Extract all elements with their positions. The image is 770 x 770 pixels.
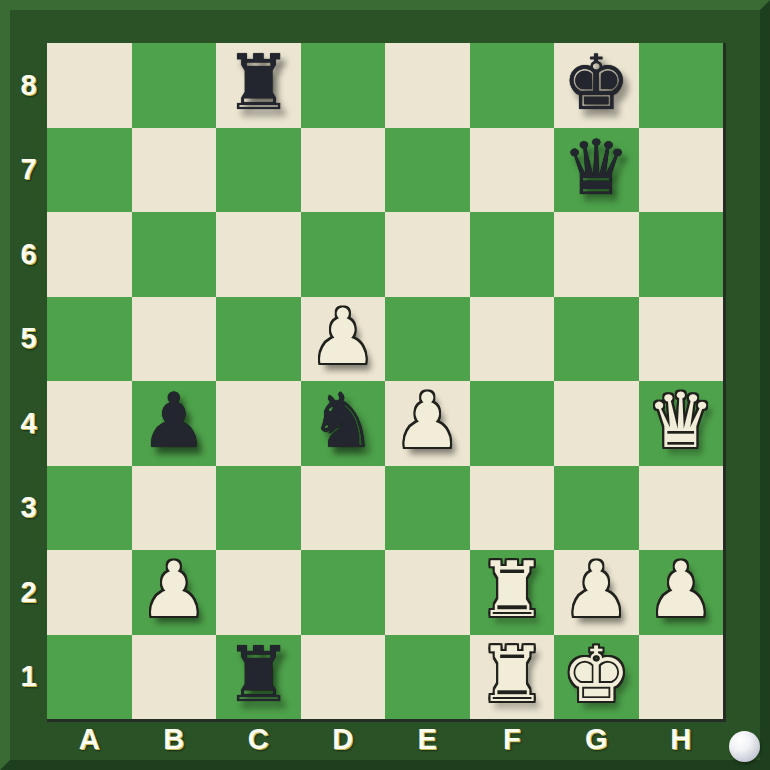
- square-g1[interactable]: ♚: [554, 635, 639, 720]
- piece-black-knight[interactable]: ♞: [309, 383, 377, 459]
- square-c3[interactable]: [216, 466, 301, 551]
- piece-white-pawn[interactable]: ♟: [393, 383, 461, 459]
- square-f1[interactable]: ♜: [470, 635, 555, 720]
- square-c4[interactable]: [216, 381, 301, 466]
- square-d3[interactable]: [301, 466, 386, 551]
- square-c7[interactable]: [216, 128, 301, 213]
- square-a3[interactable]: [47, 466, 132, 551]
- square-b6[interactable]: [132, 212, 217, 297]
- square-d2[interactable]: [301, 550, 386, 635]
- square-d8[interactable]: [301, 43, 386, 128]
- rank-label-6: 6: [10, 212, 47, 297]
- square-g3[interactable]: [554, 466, 639, 551]
- file-label-a: A: [47, 722, 132, 756]
- square-e6[interactable]: [385, 212, 470, 297]
- piece-white-pawn[interactable]: ♟: [562, 552, 630, 628]
- file-label-h: H: [639, 722, 724, 756]
- chess-board: ♜♚♛♟♟♞♟♛♟♜♟♟♜♜♚: [47, 43, 726, 722]
- square-h1[interactable]: [639, 635, 724, 720]
- square-c1[interactable]: ♜: [216, 635, 301, 720]
- square-d5[interactable]: ♟: [301, 297, 386, 382]
- square-e8[interactable]: [385, 43, 470, 128]
- square-b8[interactable]: [132, 43, 217, 128]
- piece-black-rook[interactable]: ♜: [224, 45, 292, 121]
- piece-white-pawn[interactable]: ♟: [647, 552, 715, 628]
- square-b2[interactable]: ♟: [132, 550, 217, 635]
- rank-label-5: 5: [10, 297, 47, 382]
- square-g8[interactable]: ♚: [554, 43, 639, 128]
- board-frame: 87654321 ♜♚♛♟♟♞♟♛♟♜♟♟♜♜♚ ABCDEFGH: [0, 0, 770, 770]
- square-f6[interactable]: [470, 212, 555, 297]
- square-e7[interactable]: [385, 128, 470, 213]
- square-f4[interactable]: [470, 381, 555, 466]
- file-label-g: G: [554, 722, 639, 756]
- square-a7[interactable]: [47, 128, 132, 213]
- square-h7[interactable]: [639, 128, 724, 213]
- square-f5[interactable]: [470, 297, 555, 382]
- piece-black-pawn[interactable]: ♟: [140, 383, 208, 459]
- white-to-move-indicator: [729, 731, 760, 762]
- square-c8[interactable]: ♜: [216, 43, 301, 128]
- rank-label-3: 3: [10, 466, 47, 551]
- piece-white-pawn[interactable]: ♟: [140, 552, 208, 628]
- square-h3[interactable]: [639, 466, 724, 551]
- square-b5[interactable]: [132, 297, 217, 382]
- square-b1[interactable]: [132, 635, 217, 720]
- square-a1[interactable]: [47, 635, 132, 720]
- square-e4[interactable]: ♟: [385, 381, 470, 466]
- square-b7[interactable]: [132, 128, 217, 213]
- piece-black-king[interactable]: ♚: [562, 45, 630, 121]
- square-g6[interactable]: [554, 212, 639, 297]
- file-label-c: C: [216, 722, 301, 756]
- square-d4[interactable]: ♞: [301, 381, 386, 466]
- file-label-d: D: [301, 722, 386, 756]
- square-d6[interactable]: [301, 212, 386, 297]
- file-label-b: B: [132, 722, 217, 756]
- square-e2[interactable]: [385, 550, 470, 635]
- square-b3[interactable]: [132, 466, 217, 551]
- square-b4[interactable]: ♟: [132, 381, 217, 466]
- rank-label-7: 7: [10, 128, 47, 213]
- piece-white-pawn[interactable]: ♟: [309, 299, 377, 375]
- file-label-e: E: [385, 722, 470, 756]
- square-g4[interactable]: [554, 381, 639, 466]
- square-g2[interactable]: ♟: [554, 550, 639, 635]
- square-h8[interactable]: [639, 43, 724, 128]
- square-h5[interactable]: [639, 297, 724, 382]
- square-d7[interactable]: [301, 128, 386, 213]
- square-a5[interactable]: [47, 297, 132, 382]
- square-a8[interactable]: [47, 43, 132, 128]
- square-g7[interactable]: ♛: [554, 128, 639, 213]
- square-c5[interactable]: [216, 297, 301, 382]
- rank-label-2: 2: [10, 550, 47, 635]
- square-e3[interactable]: [385, 466, 470, 551]
- square-e5[interactable]: [385, 297, 470, 382]
- square-h6[interactable]: [639, 212, 724, 297]
- square-a2[interactable]: [47, 550, 132, 635]
- square-e1[interactable]: [385, 635, 470, 720]
- file-labels: ABCDEFGH: [47, 722, 723, 756]
- square-f2[interactable]: ♜: [470, 550, 555, 635]
- file-label-f: F: [470, 722, 555, 756]
- square-h4[interactable]: ♛: [639, 381, 724, 466]
- square-f3[interactable]: [470, 466, 555, 551]
- square-f7[interactable]: [470, 128, 555, 213]
- square-c6[interactable]: [216, 212, 301, 297]
- square-c2[interactable]: [216, 550, 301, 635]
- square-h2[interactable]: ♟: [639, 550, 724, 635]
- piece-white-rook[interactable]: ♜: [478, 637, 546, 713]
- square-a6[interactable]: [47, 212, 132, 297]
- rank-label-4: 4: [10, 381, 47, 466]
- rank-label-8: 8: [10, 43, 47, 128]
- rank-label-1: 1: [10, 635, 47, 720]
- piece-black-rook[interactable]: ♜: [224, 637, 292, 713]
- square-a4[interactable]: [47, 381, 132, 466]
- piece-white-queen[interactable]: ♛: [647, 383, 715, 459]
- square-f8[interactable]: [470, 43, 555, 128]
- square-d1[interactable]: [301, 635, 386, 720]
- piece-black-queen[interactable]: ♛: [562, 130, 630, 206]
- rank-labels: 87654321: [10, 43, 47, 719]
- square-g5[interactable]: [554, 297, 639, 382]
- piece-white-rook[interactable]: ♜: [478, 552, 546, 628]
- piece-white-king[interactable]: ♚: [562, 637, 630, 713]
